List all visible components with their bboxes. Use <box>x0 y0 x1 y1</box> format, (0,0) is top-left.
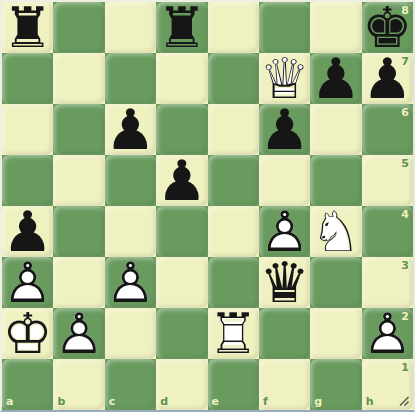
square-g3[interactable] <box>310 257 361 308</box>
square-b2[interactable]: ♟♙ <box>53 308 104 359</box>
square-d5[interactable]: ♟ <box>156 155 207 206</box>
piece-black-pawn[interactable]: ♟ <box>105 104 156 155</box>
square-g1[interactable]: g <box>310 359 361 410</box>
square-e2[interactable]: ♜♖ <box>208 308 259 359</box>
square-h6[interactable]: 6 <box>362 104 413 155</box>
square-c5[interactable] <box>105 155 156 206</box>
square-c8[interactable] <box>105 2 156 53</box>
square-e7[interactable] <box>208 53 259 104</box>
piece-black-rook[interactable]: ♜ <box>2 2 53 53</box>
square-b7[interactable] <box>53 53 104 104</box>
square-a1[interactable]: a <box>2 359 53 410</box>
file-label-b: b <box>57 395 65 408</box>
square-d3[interactable] <box>156 257 207 308</box>
piece-black-pawn[interactable]: ♟ <box>310 53 361 104</box>
square-e8[interactable] <box>208 2 259 53</box>
square-b6[interactable] <box>53 104 104 155</box>
square-a6[interactable] <box>2 104 53 155</box>
piece-black-queen[interactable]: ♛ <box>259 257 310 308</box>
chess-board: ♜♜8♚♛♕♟7♟♟♟6♟5♟♟♙♞♘4♟♙♟♙♛3♚♔♟♙♜♖2♟♙abcde… <box>2 2 413 410</box>
square-b5[interactable] <box>53 155 104 206</box>
piece-black-pawn[interactable]: ♟ <box>259 104 310 155</box>
square-e4[interactable] <box>208 206 259 257</box>
piece-black-pawn[interactable]: ♟ <box>156 155 207 206</box>
square-d4[interactable] <box>156 206 207 257</box>
square-g7[interactable]: ♟ <box>310 53 361 104</box>
square-f2[interactable] <box>259 308 310 359</box>
piece-white-pawn[interactable]: ♟♙ <box>105 257 156 308</box>
file-label-h: h <box>366 395 374 408</box>
piece-white-pawn[interactable]: ♟♙ <box>362 308 413 359</box>
square-e1[interactable]: e <box>208 359 259 410</box>
square-c2[interactable] <box>105 308 156 359</box>
square-d2[interactable] <box>156 308 207 359</box>
piece-white-king[interactable]: ♚♔ <box>2 308 53 359</box>
piece-white-pawn[interactable]: ♟♙ <box>53 308 104 359</box>
square-b4[interactable] <box>53 206 104 257</box>
chess-board-frame: ♜♜8♚♛♕♟7♟♟♟6♟5♟♟♙♞♘4♟♙♟♙♛3♚♔♟♙♜♖2♟♙abcde… <box>0 0 415 412</box>
piece-white-knight[interactable]: ♞♘ <box>310 206 361 257</box>
square-h4[interactable]: 4 <box>362 206 413 257</box>
square-e6[interactable] <box>208 104 259 155</box>
rank-label-3: 3 <box>401 259 409 272</box>
square-a8[interactable]: ♜ <box>2 2 53 53</box>
square-h7[interactable]: 7♟ <box>362 53 413 104</box>
square-a2[interactable]: ♚♔ <box>2 308 53 359</box>
file-label-a: a <box>6 395 13 408</box>
file-label-f: f <box>263 395 268 408</box>
file-label-d: d <box>160 395 168 408</box>
square-d8[interactable]: ♜ <box>156 2 207 53</box>
piece-black-pawn[interactable]: ♟ <box>362 53 413 104</box>
square-g2[interactable] <box>310 308 361 359</box>
square-h5[interactable]: 5 <box>362 155 413 206</box>
square-a7[interactable] <box>2 53 53 104</box>
board-resize-handle-icon[interactable] <box>397 394 410 407</box>
file-label-g: g <box>314 395 322 408</box>
square-f1[interactable]: f <box>259 359 310 410</box>
square-e5[interactable] <box>208 155 259 206</box>
square-g4[interactable]: ♞♘ <box>310 206 361 257</box>
square-b8[interactable] <box>53 2 104 53</box>
square-f6[interactable]: ♟ <box>259 104 310 155</box>
square-f3[interactable]: ♛ <box>259 257 310 308</box>
square-d1[interactable]: d <box>156 359 207 410</box>
file-label-c: c <box>109 395 116 408</box>
piece-white-rook[interactable]: ♜♖ <box>208 308 259 359</box>
square-d7[interactable] <box>156 53 207 104</box>
rank-label-4: 4 <box>401 208 409 221</box>
file-label-e: e <box>212 395 219 408</box>
square-g6[interactable] <box>310 104 361 155</box>
square-b1[interactable]: b <box>53 359 104 410</box>
square-c1[interactable]: c <box>105 359 156 410</box>
rank-label-5: 5 <box>401 157 409 170</box>
piece-black-rook[interactable]: ♜ <box>156 2 207 53</box>
square-c3[interactable]: ♟♙ <box>105 257 156 308</box>
square-h2[interactable]: 2♟♙ <box>362 308 413 359</box>
square-c6[interactable]: ♟ <box>105 104 156 155</box>
